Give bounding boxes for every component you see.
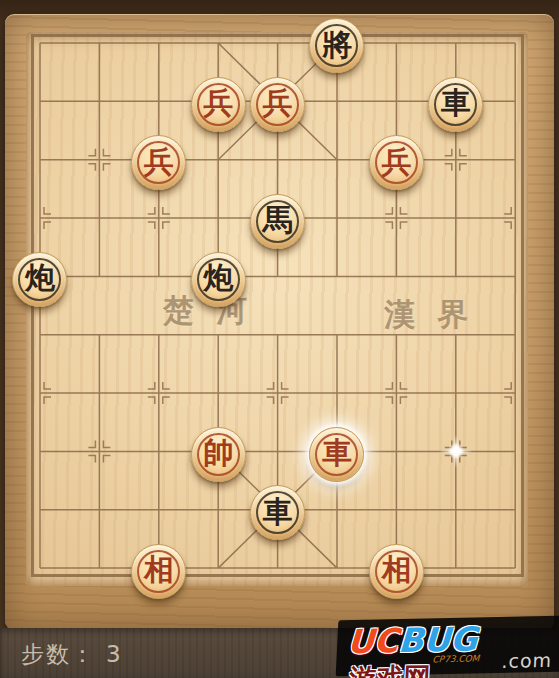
black-cannon-glyph: 炮 [203, 263, 233, 293]
watermark-dotcom-text: .com [501, 649, 553, 672]
red-elephant[interactable]: 相 [131, 544, 186, 599]
red-soldier[interactable]: 兵 [250, 77, 305, 132]
black-chariot-glyph: 車 [441, 88, 471, 118]
black-general-glyph: 將 [322, 30, 352, 60]
red-elephant[interactable]: 相 [369, 544, 424, 599]
watermark-site-text: 游戏网 [349, 659, 432, 678]
red-soldier[interactable]: 兵 [369, 135, 424, 190]
red-chariot-glyph: 車 [322, 438, 352, 468]
red-elephant-glyph: 相 [381, 555, 411, 585]
watermark-url-text: CP73.COM [432, 653, 480, 664]
move-counter: 步数：3 [21, 639, 123, 670]
piece-layer: 將車馬炮炮車兵兵兵兵帥車相相 [10, 14, 545, 598]
move-counter-value: 3 [106, 641, 123, 667]
black-general[interactable]: 將 [309, 18, 364, 73]
red-soldier-glyph: 兵 [381, 147, 411, 177]
red-general[interactable]: 帥 [191, 427, 246, 482]
red-soldier-glyph: 兵 [263, 88, 293, 118]
red-soldier[interactable]: 兵 [191, 77, 246, 132]
black-chariot[interactable]: 車 [250, 485, 305, 540]
black-cannon[interactable]: 炮 [191, 252, 246, 307]
watermark-uc-text: UC [346, 621, 399, 661]
red-soldier-glyph: 兵 [203, 88, 233, 118]
black-cannon[interactable]: 炮 [12, 252, 67, 307]
black-cannon-glyph: 炮 [25, 263, 55, 293]
red-elephant-glyph: 相 [144, 555, 174, 585]
black-horse-glyph: 馬 [263, 205, 293, 235]
black-horse[interactable]: 馬 [250, 194, 305, 249]
xiangqi-app-window: 楚河 漢界 將車馬炮炮車兵兵兵兵帥車相相 步数：3 UC BUG 游戏网 CP7… [0, 0, 559, 678]
move-counter-label: 步数： [21, 641, 96, 667]
red-soldier[interactable]: 兵 [131, 135, 186, 190]
red-soldier-glyph: 兵 [144, 147, 174, 177]
red-chariot[interactable]: 車 [309, 427, 364, 482]
black-chariot-glyph: 車 [263, 497, 293, 527]
black-chariot[interactable]: 車 [428, 77, 483, 132]
cursor-sparkle-effect [439, 434, 473, 468]
red-general-glyph: 帥 [203, 438, 233, 468]
ucbug-watermark: UC BUG 游戏网 CP73.COM .com [336, 616, 559, 677]
